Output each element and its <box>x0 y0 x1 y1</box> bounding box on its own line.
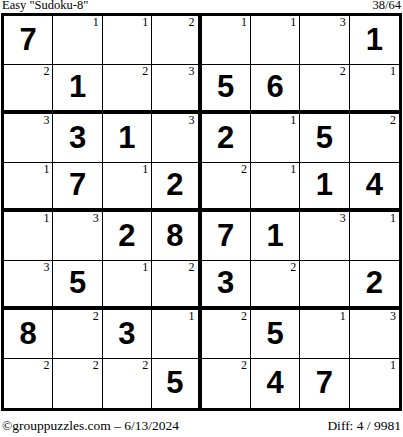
pencil-mark: 2 <box>142 65 148 78</box>
cell-r5c4[interactable]: 8 <box>152 212 201 261</box>
cell-r3c4[interactable]: 3 <box>152 114 201 163</box>
cell-r4c1[interactable]: 1 <box>4 163 53 212</box>
pencil-mark: 1 <box>93 16 99 29</box>
cell-r5c8[interactable]: 1 <box>350 212 399 261</box>
given-digit: 1 <box>316 169 333 200</box>
cell-r2c8[interactable]: 1 <box>350 65 399 114</box>
given-digit: 1 <box>366 24 383 55</box>
cell-r3c5[interactable]: 2 <box>202 114 251 163</box>
cell-r1c5[interactable]: 1 <box>202 16 251 65</box>
copyright-date: ©grouppuzzles.com – 6/13/2024 <box>2 418 179 434</box>
pencil-mark: 2 <box>43 65 49 78</box>
cell-r3c2[interactable]: 3 <box>53 114 102 163</box>
given-digit: 2 <box>118 220 135 251</box>
pencil-mark: 1 <box>290 114 296 127</box>
cell-r5c6[interactable]: 1 <box>251 212 300 261</box>
cell-r4c3[interactable]: 1 <box>103 163 152 212</box>
cell-r8c7[interactable]: 7 <box>300 359 349 408</box>
cell-r5c7[interactable]: 3 <box>300 212 349 261</box>
given-digit: 8 <box>166 220 183 251</box>
cell-r7c8[interactable]: 3 <box>350 310 399 359</box>
given-digit: 8 <box>20 318 37 349</box>
given-digit: 7 <box>217 220 234 251</box>
cell-r8c6[interactable]: 4 <box>251 359 300 408</box>
cell-r3c1[interactable]: 3 <box>4 114 53 163</box>
pencil-mark: 1 <box>290 16 296 29</box>
cell-r2c5[interactable]: 5 <box>202 65 251 114</box>
pencil-mark: 1 <box>241 16 247 29</box>
cell-r2c2[interactable]: 1 <box>53 65 102 114</box>
given-digit: 7 <box>316 367 333 398</box>
cell-r6c3[interactable]: 1 <box>103 261 152 310</box>
cell-r2c6[interactable]: 6 <box>251 65 300 114</box>
cell-r8c3[interactable]: 2 <box>103 359 152 408</box>
pencil-mark: 1 <box>43 212 49 225</box>
cell-r4c5[interactable]: 2 <box>202 163 251 212</box>
cell-r3c3[interactable]: 1 <box>103 114 152 163</box>
given-digit: 3 <box>118 318 135 349</box>
cell-r2c3[interactable]: 2 <box>103 65 152 114</box>
cell-r1c4[interactable]: 2 <box>152 16 201 65</box>
pencil-mark: 3 <box>43 114 49 127</box>
pencil-mark: 1 <box>290 163 296 176</box>
difficulty-label: Diff: 4 / 9981 <box>327 418 401 434</box>
given-digit: 7 <box>69 169 86 200</box>
cell-r6c2[interactable]: 5 <box>53 261 102 310</box>
pencil-mark: 3 <box>340 212 346 225</box>
cell-r1c3[interactable]: 1 <box>103 16 152 65</box>
cell-r7c3[interactable]: 3 <box>103 310 152 359</box>
cell-r6c7[interactable] <box>300 261 349 310</box>
cell-r8c1[interactable]: 2 <box>4 359 53 408</box>
given-digit: 5 <box>266 318 283 349</box>
pencil-mark: 1 <box>340 310 346 323</box>
pencil-mark: 1 <box>142 261 148 274</box>
cell-r1c6[interactable]: 1 <box>251 16 300 65</box>
puzzle-title: Easy "Sudoku-8" <box>2 0 88 12</box>
pencil-mark: 2 <box>241 359 247 372</box>
sudoku-board: 7112113121235621331321521712211413287131… <box>1 13 402 411</box>
cell-r6c4[interactable]: 2 <box>152 261 201 310</box>
page-footer: ©grouppuzzles.com – 6/13/2024 Diff: 4 / … <box>2 418 401 434</box>
given-digit: 2 <box>217 122 234 153</box>
cell-r8c8[interactable]: 1 <box>350 359 399 408</box>
cell-r5c1[interactable]: 1 <box>4 212 53 261</box>
given-digit: 1 <box>266 220 283 251</box>
pencil-mark: 1 <box>189 310 195 323</box>
given-digit: 7 <box>20 24 37 55</box>
given-digit: 5 <box>166 367 183 398</box>
cell-r4c6[interactable]: 1 <box>251 163 300 212</box>
pencil-mark: 2 <box>189 16 195 29</box>
given-digit: 6 <box>266 71 283 102</box>
cell-r2c4[interactable]: 3 <box>152 65 201 114</box>
pencil-mark: 1 <box>43 163 49 176</box>
given-digit: 1 <box>118 122 135 153</box>
pencil-mark: 2 <box>43 359 49 372</box>
pencil-mark: 2 <box>241 310 247 323</box>
cell-r5c2[interactable]: 3 <box>53 212 102 261</box>
cell-r6c5[interactable]: 3 <box>202 261 251 310</box>
cell-r8c4[interactable]: 5 <box>152 359 201 408</box>
pencil-mark: 1 <box>390 359 396 372</box>
cell-r5c5[interactable]: 7 <box>202 212 251 261</box>
cell-r1c7[interactable]: 3 <box>300 16 349 65</box>
pencil-mark: 1 <box>390 212 396 225</box>
cell-r3c7[interactable]: 5 <box>300 114 349 163</box>
cell-r6c6[interactable]: 2 <box>251 261 300 310</box>
pencil-mark: 2 <box>241 163 247 176</box>
cell-r8c5[interactable]: 2 <box>202 359 251 408</box>
page-header: Easy "Sudoku-8" 38/64 <box>2 0 401 12</box>
pencil-mark: 1 <box>142 16 148 29</box>
given-digit: 2 <box>366 267 383 298</box>
given-digit: 5 <box>69 267 86 298</box>
cell-r7c5[interactable]: 2 <box>202 310 251 359</box>
cell-r4c2[interactable]: 7 <box>53 163 102 212</box>
cell-r4c7[interactable]: 1 <box>300 163 349 212</box>
given-digit: 4 <box>266 367 283 398</box>
cell-r6c1[interactable]: 3 <box>4 261 53 310</box>
cell-r7c4[interactable]: 1 <box>152 310 201 359</box>
pencil-mark: 3 <box>93 212 99 225</box>
given-digit: 3 <box>69 122 86 153</box>
cell-r7c1[interactable]: 8 <box>4 310 53 359</box>
given-digit: 1 <box>69 71 86 102</box>
cell-r5c3[interactable]: 2 <box>103 212 152 261</box>
cell-r7c7[interactable]: 1 <box>300 310 349 359</box>
cell-r3c8[interactable]: 2 <box>350 114 399 163</box>
pencil-mark: 2 <box>290 261 296 274</box>
cell-r7c2[interactable]: 2 <box>53 310 102 359</box>
cell-r1c2[interactable]: 1 <box>53 16 102 65</box>
cell-r6c8[interactable]: 2 <box>350 261 399 310</box>
pencil-mark: 2 <box>142 359 148 372</box>
pencil-mark: 3 <box>43 261 49 274</box>
given-digit: 5 <box>316 122 333 153</box>
given-digit: 5 <box>217 71 234 102</box>
given-digit: 4 <box>366 169 383 200</box>
puzzle-counter: 38/64 <box>373 0 401 12</box>
cell-r4c8[interactable]: 4 <box>350 163 399 212</box>
pencil-mark: 3 <box>189 65 195 78</box>
pencil-mark: 3 <box>390 310 396 323</box>
cell-r8c2[interactable]: 2 <box>53 359 102 408</box>
pencil-mark: 2 <box>340 65 346 78</box>
pencil-mark: 2 <box>390 114 396 127</box>
cell-r3c6[interactable]: 1 <box>251 114 300 163</box>
pencil-mark: 3 <box>189 114 195 127</box>
pencil-mark: 1 <box>142 163 148 176</box>
cell-r2c1[interactable]: 2 <box>4 65 53 114</box>
pencil-mark: 2 <box>189 261 195 274</box>
cell-r4c4[interactable]: 2 <box>152 163 201 212</box>
cell-r1c8[interactable]: 1 <box>350 16 399 65</box>
cell-r2c7[interactable]: 2 <box>300 65 349 114</box>
cell-r1c1[interactable]: 7 <box>4 16 53 65</box>
pencil-mark: 2 <box>93 359 99 372</box>
pencil-mark: 3 <box>340 16 346 29</box>
pencil-mark: 1 <box>390 65 396 78</box>
given-digit: 3 <box>217 267 234 298</box>
cell-r7c6[interactable]: 5 <box>251 310 300 359</box>
given-digit: 2 <box>166 169 183 200</box>
pencil-mark: 2 <box>93 310 99 323</box>
